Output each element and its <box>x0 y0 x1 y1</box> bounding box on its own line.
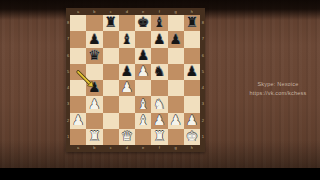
square-d4[interactable]: ♟ <box>119 80 135 96</box>
square-h7[interactable] <box>184 31 200 47</box>
square-g6[interactable] <box>168 48 184 64</box>
square-e6[interactable]: ♟ <box>135 48 151 64</box>
rank-label: 5 <box>201 64 206 80</box>
black-rook-h8[interactable]: ♜ <box>186 16 198 30</box>
rank-label: 6 <box>201 48 206 64</box>
square-e5[interactable]: ♟ <box>135 64 151 80</box>
white-pawn-f2[interactable]: ♟ <box>153 113 165 127</box>
white-pawn-b3[interactable]: ♟ <box>88 97 100 111</box>
chess-board: abcdefgh abcdefgh 87654321 87654321 ♜♚♝♜… <box>66 8 205 152</box>
square-d6[interactable] <box>119 48 135 64</box>
square-b1[interactable]: ♜ <box>86 129 102 145</box>
square-g4[interactable] <box>168 80 184 96</box>
square-f6[interactable] <box>151 48 167 64</box>
white-knight-f3[interactable]: ♞ <box>153 97 165 111</box>
square-c4[interactable] <box>103 80 119 96</box>
square-h2[interactable]: ♟ <box>184 113 200 129</box>
file-label: d <box>119 10 135 15</box>
square-c6[interactable] <box>103 48 119 64</box>
square-f8[interactable]: ♝ <box>151 15 167 31</box>
white-pawn-a2[interactable]: ♟ <box>72 113 84 127</box>
rank-label: 3 <box>201 96 206 112</box>
black-king-e8[interactable]: ♚ <box>137 16 149 30</box>
square-g3[interactable] <box>168 96 184 112</box>
square-a5[interactable] <box>70 64 86 80</box>
square-b7[interactable]: ♟ <box>86 31 102 47</box>
white-pawn-d4[interactable]: ♟ <box>121 81 133 95</box>
file-label: a <box>70 146 86 151</box>
square-g8[interactable] <box>168 15 184 31</box>
file-label: a <box>70 10 86 15</box>
square-c2[interactable] <box>103 113 119 129</box>
square-h1[interactable]: ♚ <box>184 129 200 145</box>
black-pawn-e6[interactable]: ♟ <box>137 48 149 62</box>
square-d1[interactable]: ♛ <box>119 129 135 145</box>
rank-label: 4 <box>201 80 206 96</box>
square-c1[interactable] <box>103 129 119 145</box>
square-b6[interactable]: ♛ <box>86 48 102 64</box>
rank-label: 7 <box>201 31 206 47</box>
black-pawn-f7[interactable]: ♟ <box>153 32 165 46</box>
square-f3[interactable]: ♞ <box>151 96 167 112</box>
vk-link-text[interactable]: https://vk.com/kchess <box>238 89 318 98</box>
square-e4[interactable] <box>135 80 151 96</box>
square-c5[interactable] <box>103 64 119 80</box>
square-e1[interactable] <box>135 129 151 145</box>
square-a2[interactable]: ♟ <box>70 113 86 129</box>
square-f7[interactable]: ♟ <box>151 31 167 47</box>
file-labels-bottom: abcdefgh <box>70 146 200 151</box>
square-f4[interactable] <box>151 80 167 96</box>
white-bishop-e2[interactable]: ♝ <box>137 113 149 127</box>
square-a8[interactable] <box>70 15 86 31</box>
black-rook-c8[interactable]: ♜ <box>105 16 117 30</box>
square-c3[interactable] <box>103 96 119 112</box>
black-bishop-d7[interactable]: ♝ <box>121 32 133 46</box>
skype-contact-text: Skype: Nexoice <box>238 80 318 89</box>
square-b8[interactable] <box>86 15 102 31</box>
white-pawn-h2[interactable]: ♟ <box>186 113 198 127</box>
square-h8[interactable]: ♜ <box>184 15 200 31</box>
square-f5[interactable]: ♞ <box>151 64 167 80</box>
rank-label: 2 <box>201 113 206 129</box>
square-a6[interactable] <box>70 48 86 64</box>
square-f1[interactable]: ♜ <box>151 129 167 145</box>
black-pawn-b7[interactable]: ♟ <box>88 32 100 46</box>
square-h5[interactable]: ♟ <box>184 64 200 80</box>
black-pawn-h5[interactable]: ♟ <box>186 65 198 79</box>
file-label: g <box>168 10 184 15</box>
square-g1[interactable] <box>168 129 184 145</box>
square-e7[interactable] <box>135 31 151 47</box>
square-b3[interactable]: ♟ <box>86 96 102 112</box>
white-queen-d1[interactable]: ♛ <box>121 130 133 144</box>
square-c7[interactable] <box>103 31 119 47</box>
rank-labels-right: 87654321 <box>201 15 206 145</box>
black-pawn-d5[interactable]: ♟ <box>121 65 133 79</box>
file-label: b <box>86 146 102 151</box>
square-a3[interactable] <box>70 96 86 112</box>
square-e3[interactable]: ♝ <box>135 96 151 112</box>
square-d2[interactable] <box>119 113 135 129</box>
white-king-h1[interactable]: ♚ <box>186 130 198 144</box>
black-pawn-g7[interactable]: ♟ <box>170 32 182 46</box>
square-d8[interactable] <box>119 15 135 31</box>
contact-info: Skype: Nexoice https://vk.com/kchess <box>238 80 318 97</box>
white-bishop-e3[interactable]: ♝ <box>137 97 149 111</box>
white-pawn-e5[interactable]: ♟ <box>137 65 149 79</box>
square-b5[interactable] <box>86 64 102 80</box>
square-b2[interactable] <box>86 113 102 129</box>
square-e8[interactable]: ♚ <box>135 15 151 31</box>
square-a4[interactable] <box>70 80 86 96</box>
square-d7[interactable]: ♝ <box>119 31 135 47</box>
square-h4[interactable] <box>184 80 200 96</box>
white-rook-f1[interactable]: ♜ <box>153 130 165 144</box>
file-label: e <box>135 146 151 151</box>
square-c8[interactable]: ♜ <box>103 15 119 31</box>
square-g7[interactable]: ♟ <box>168 31 184 47</box>
square-f2[interactable]: ♟ <box>151 113 167 129</box>
file-label: h <box>184 146 200 151</box>
black-queen-b6[interactable]: ♛ <box>88 48 100 62</box>
black-pawn-b4[interactable]: ♟ <box>88 81 100 95</box>
scene-background: abcdefgh abcdefgh 87654321 87654321 ♜♚♝♜… <box>0 0 320 180</box>
white-rook-b1[interactable]: ♜ <box>88 130 100 144</box>
file-label: g <box>168 146 184 151</box>
file-labels-top: abcdefgh <box>70 10 200 15</box>
square-h3[interactable] <box>184 96 200 112</box>
black-knight-f5[interactable]: ♞ <box>153 65 165 79</box>
file-label: c <box>103 146 119 151</box>
square-g5[interactable] <box>168 64 184 80</box>
square-b4[interactable]: ♟ <box>86 80 102 96</box>
square-a1[interactable] <box>70 129 86 145</box>
file-label: d <box>119 146 135 151</box>
file-label: b <box>86 10 102 15</box>
rank-label: 8 <box>201 15 206 31</box>
square-e2[interactable]: ♝ <box>135 113 151 129</box>
square-g2[interactable]: ♟ <box>168 113 184 129</box>
square-d3[interactable] <box>119 96 135 112</box>
rank-label: 1 <box>201 129 206 145</box>
square-d5[interactable]: ♟ <box>119 64 135 80</box>
bottom-letterbox-bar <box>0 168 320 180</box>
square-h6[interactable] <box>184 48 200 64</box>
white-pawn-g2[interactable]: ♟ <box>170 113 182 127</box>
board-grid: ♜♚♝♜♟♝♟♟♛♟♟♟♞♟♟♟♟♝♞♟♝♟♟♟♜♛♜♚ <box>70 15 200 145</box>
black-bishop-f8[interactable]: ♝ <box>153 16 165 30</box>
file-label: f <box>151 146 167 151</box>
square-a7[interactable] <box>70 31 86 47</box>
